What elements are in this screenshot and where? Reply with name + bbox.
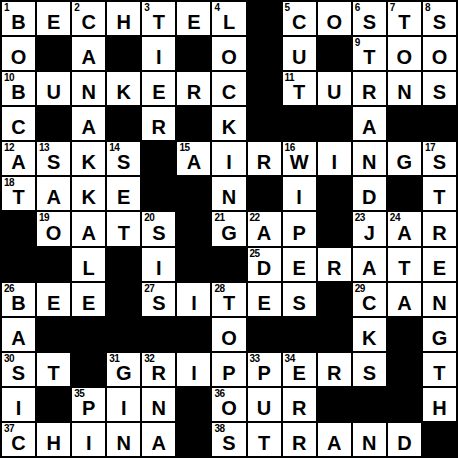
cell-letter: E bbox=[107, 186, 140, 208]
crossword-grid: 1BE2CH3TE4L5CO6S7T8SOAIOU9TOO10BUNKERC11… bbox=[0, 0, 458, 458]
cell-r1c1[interactable]: 1B bbox=[2, 2, 35, 35]
block-r1c8 bbox=[248, 2, 281, 35]
cell-letter: T bbox=[423, 362, 456, 384]
cell-letter: I bbox=[2, 397, 35, 419]
cell-r11c7[interactable]: P bbox=[212, 353, 245, 386]
cell-r3c1[interactable]: 10B bbox=[2, 72, 35, 105]
block-r12c6 bbox=[177, 388, 210, 421]
cell-letter: E bbox=[37, 292, 70, 314]
cell-letter: A bbox=[2, 151, 35, 173]
cell-r6c9[interactable]: I bbox=[283, 177, 316, 210]
cell-letter: A bbox=[388, 292, 421, 314]
cell-r13c1[interactable]: 37C bbox=[2, 423, 35, 456]
cell-letter: A bbox=[142, 432, 175, 454]
cell-r6c4[interactable]: E bbox=[107, 177, 140, 210]
cell-r2c3[interactable]: A bbox=[72, 37, 105, 70]
cell-letter: T bbox=[212, 292, 245, 314]
cell-letter: A bbox=[353, 257, 386, 279]
cell-r13c12[interactable]: D bbox=[388, 423, 421, 456]
cell-r9c11[interactable]: 29C bbox=[353, 283, 386, 316]
cell-letter: G bbox=[388, 151, 421, 173]
cell-letter: N bbox=[423, 292, 456, 314]
cell-r9c5[interactable]: 27S bbox=[142, 283, 175, 316]
cell-letter: D bbox=[353, 186, 386, 208]
block-r4c12 bbox=[388, 107, 421, 140]
cell-letter: T bbox=[142, 11, 175, 33]
cell-letter: S bbox=[423, 151, 456, 173]
cell-letter: D bbox=[388, 432, 421, 454]
cell-letter: A bbox=[2, 327, 35, 349]
block-r7c1 bbox=[2, 212, 35, 245]
cell-r1c2[interactable]: E bbox=[37, 2, 70, 35]
cell-letter: K bbox=[107, 81, 140, 103]
cell-letter: G bbox=[423, 327, 456, 349]
block-r4c13 bbox=[423, 107, 456, 140]
cell-r3c13[interactable]: S bbox=[423, 72, 456, 105]
block-r10c3 bbox=[72, 318, 105, 351]
cell-r1c3[interactable]: 2C bbox=[72, 2, 105, 35]
cell-r12c8[interactable]: U bbox=[248, 388, 281, 421]
cell-r1c6[interactable]: E bbox=[177, 2, 210, 35]
cell-r4c3[interactable]: A bbox=[72, 107, 105, 140]
cell-r12c3[interactable]: 35P bbox=[72, 388, 105, 421]
cell-r7c7[interactable]: 21G bbox=[212, 212, 245, 245]
block-r5c5 bbox=[142, 142, 175, 175]
cell-r7c2[interactable]: 19O bbox=[37, 212, 70, 245]
cell-r12c5[interactable]: N bbox=[142, 388, 175, 421]
cell-r9c1[interactable]: 26B bbox=[2, 283, 35, 316]
cell-letter: I bbox=[142, 46, 175, 68]
cell-r10c13[interactable]: G bbox=[423, 318, 456, 351]
cell-r1c12[interactable]: 7T bbox=[388, 2, 421, 35]
block-r6c5 bbox=[142, 177, 175, 210]
cell-letter: E bbox=[423, 257, 456, 279]
block-r11c3 bbox=[72, 353, 105, 386]
cell-letter: T bbox=[2, 186, 35, 208]
block-r2c6 bbox=[177, 37, 210, 70]
cell-r7c3[interactable]: A bbox=[72, 212, 105, 245]
cell-r12c9[interactable]: R bbox=[283, 388, 316, 421]
cell-letter: N bbox=[353, 432, 386, 454]
cell-r13c9[interactable]: R bbox=[283, 423, 316, 456]
cell-r10c7[interactable]: O bbox=[212, 318, 245, 351]
block-r11c12 bbox=[388, 353, 421, 386]
cell-r4c5[interactable]: R bbox=[142, 107, 175, 140]
cell-r6c2[interactable]: A bbox=[37, 177, 70, 210]
block-r4c10 bbox=[318, 107, 351, 140]
cell-r3c3[interactable]: N bbox=[72, 72, 105, 105]
cell-r1c10[interactable]: O bbox=[318, 2, 351, 35]
cell-r12c13[interactable]: H bbox=[423, 388, 456, 421]
cell-letter: G bbox=[107, 362, 140, 384]
block-r2c8 bbox=[248, 37, 281, 70]
block-r8c7 bbox=[212, 248, 245, 281]
cell-r6c3[interactable]: K bbox=[72, 177, 105, 210]
block-r10c6 bbox=[177, 318, 210, 351]
cell-r9c6[interactable]: I bbox=[177, 283, 210, 316]
block-r9c10 bbox=[318, 283, 351, 316]
cell-r8c10[interactable]: R bbox=[318, 248, 351, 281]
cell-r7c5[interactable]: 20S bbox=[142, 212, 175, 245]
cell-letter: P bbox=[283, 222, 316, 244]
cell-r5c13[interactable]: 17S bbox=[423, 142, 456, 175]
cell-letter: N bbox=[107, 432, 140, 454]
cell-letter: O bbox=[2, 46, 35, 68]
cell-letter: U bbox=[248, 397, 281, 419]
cell-r6c13[interactable]: T bbox=[423, 177, 456, 210]
block-r4c8 bbox=[248, 107, 281, 140]
cell-letter: E bbox=[142, 81, 175, 103]
cell-letter: S bbox=[107, 151, 140, 173]
cell-letter: W bbox=[283, 151, 316, 173]
cell-letter: N bbox=[212, 186, 245, 208]
cell-letter: C bbox=[72, 11, 105, 33]
cell-r2c9[interactable]: U bbox=[283, 37, 316, 70]
cell-r5c10[interactable]: I bbox=[318, 142, 351, 175]
cell-letter: A bbox=[72, 116, 105, 138]
block-r6c12 bbox=[388, 177, 421, 210]
cell-letter: O bbox=[212, 46, 245, 68]
block-r10c4 bbox=[107, 318, 140, 351]
block-r10c2 bbox=[37, 318, 70, 351]
cell-r1c5[interactable]: 3T bbox=[142, 2, 175, 35]
cell-letter: R bbox=[318, 257, 351, 279]
block-r2c4 bbox=[107, 37, 140, 70]
cell-r13c5[interactable]: A bbox=[142, 423, 175, 456]
block-r7c6 bbox=[177, 212, 210, 245]
cell-r9c13[interactable]: N bbox=[423, 283, 456, 316]
cell-r5c3[interactable]: K bbox=[72, 142, 105, 175]
block-r8c4 bbox=[107, 248, 140, 281]
cell-letter: A bbox=[388, 222, 421, 244]
cell-letter: B bbox=[2, 81, 35, 103]
cell-letter: S bbox=[37, 151, 70, 173]
cell-r7c11[interactable]: 23J bbox=[353, 212, 386, 245]
cell-letter: K bbox=[212, 116, 245, 138]
cell-letter: C bbox=[353, 292, 386, 314]
cell-r13c2[interactable]: H bbox=[37, 423, 70, 456]
cell-letter: H bbox=[37, 432, 70, 454]
cell-letter: A bbox=[72, 222, 105, 244]
cell-letter: I bbox=[283, 186, 316, 208]
cell-r8c12[interactable]: T bbox=[388, 248, 421, 281]
cell-letter: T bbox=[283, 81, 316, 103]
block-r8c1 bbox=[2, 248, 35, 281]
cell-r3c12[interactable]: N bbox=[388, 72, 421, 105]
cell-letter: E bbox=[283, 257, 316, 279]
cell-r8c8[interactable]: 25D bbox=[248, 248, 281, 281]
cell-letter: T bbox=[423, 186, 456, 208]
cell-letter: D bbox=[248, 257, 281, 279]
block-r13c6 bbox=[177, 423, 210, 456]
cell-r6c7[interactable]: N bbox=[212, 177, 245, 210]
cell-r8c11[interactable]: A bbox=[353, 248, 386, 281]
cell-r11c6[interactable]: I bbox=[177, 353, 210, 386]
cell-r4c1[interactable]: C bbox=[2, 107, 35, 140]
cell-letter: A bbox=[72, 46, 105, 68]
cell-letter: U bbox=[37, 81, 70, 103]
cell-r9c2[interactable]: E bbox=[37, 283, 70, 316]
cell-r3c5[interactable]: E bbox=[142, 72, 175, 105]
cell-letter: R bbox=[283, 432, 316, 454]
cell-r5c6[interactable]: 15A bbox=[177, 142, 210, 175]
cell-r11c13[interactable]: T bbox=[423, 353, 456, 386]
block-r10c8 bbox=[248, 318, 281, 351]
cell-r6c1[interactable]: 18T bbox=[2, 177, 35, 210]
cell-letter: L bbox=[212, 11, 245, 33]
cell-r13c7[interactable]: 38S bbox=[212, 423, 245, 456]
cell-r11c2[interactable]: T bbox=[37, 353, 70, 386]
cell-r7c12[interactable]: 24A bbox=[388, 212, 421, 245]
cell-r11c5[interactable]: 32R bbox=[142, 353, 175, 386]
block-r10c5 bbox=[142, 318, 175, 351]
cell-letter: C bbox=[2, 432, 35, 454]
cell-r2c13[interactable]: O bbox=[423, 37, 456, 70]
block-r10c9 bbox=[283, 318, 316, 351]
cell-r7c4[interactable]: T bbox=[107, 212, 140, 245]
cell-r1c7[interactable]: 4L bbox=[212, 2, 245, 35]
cell-r4c7[interactable]: K bbox=[212, 107, 245, 140]
cell-r8c13[interactable]: E bbox=[423, 248, 456, 281]
cell-r3c2[interactable]: U bbox=[37, 72, 70, 105]
block-r6c10 bbox=[318, 177, 351, 210]
cell-letter: S bbox=[353, 11, 386, 33]
cell-letter: K bbox=[353, 327, 386, 349]
cell-letter: E bbox=[248, 292, 281, 314]
cell-letter: R bbox=[423, 222, 456, 244]
cell-r1c4[interactable]: H bbox=[107, 2, 140, 35]
block-r10c12 bbox=[388, 318, 421, 351]
cell-r11c9[interactable]: 34E bbox=[283, 353, 316, 386]
cell-r5c2[interactable]: 13S bbox=[37, 142, 70, 175]
cell-r5c8[interactable]: R bbox=[248, 142, 281, 175]
block-r4c4 bbox=[107, 107, 140, 140]
cell-letter: K bbox=[72, 186, 105, 208]
cell-r7c9[interactable]: P bbox=[283, 212, 316, 245]
cell-letter: S bbox=[283, 292, 316, 314]
cell-letter: O bbox=[212, 397, 245, 419]
cell-r9c8[interactable]: E bbox=[248, 283, 281, 316]
cell-letter: H bbox=[423, 397, 456, 419]
block-r6c6 bbox=[177, 177, 210, 210]
cell-r9c12[interactable]: A bbox=[388, 283, 421, 316]
cell-letter: N bbox=[72, 81, 105, 103]
cell-letter: A bbox=[37, 186, 70, 208]
cell-letter: A bbox=[353, 116, 386, 138]
cell-r13c8[interactable]: T bbox=[248, 423, 281, 456]
block-r13c13 bbox=[423, 423, 456, 456]
cell-letter: H bbox=[107, 11, 140, 33]
cell-letter: N bbox=[353, 151, 386, 173]
cell-letter: O bbox=[212, 327, 245, 349]
cell-r2c12[interactable]: O bbox=[388, 37, 421, 70]
cell-r3c10[interactable]: U bbox=[318, 72, 351, 105]
cell-letter: T bbox=[37, 362, 70, 384]
cell-r12c7[interactable]: 36O bbox=[212, 388, 245, 421]
cell-r5c1[interactable]: 12A bbox=[2, 142, 35, 175]
cell-r2c11[interactable]: 9T bbox=[353, 37, 386, 70]
crossword-board: 1BE2CH3TE4L5CO6S7T8SOAIOU9TOO10BUNKERC11… bbox=[0, 0, 458, 458]
cell-letter: O bbox=[318, 11, 351, 33]
cell-letter: T bbox=[248, 432, 281, 454]
cell-r3c6[interactable]: R bbox=[177, 72, 210, 105]
cell-r9c9[interactable]: S bbox=[283, 283, 316, 316]
cell-letter: R bbox=[177, 81, 210, 103]
cell-letter: I bbox=[142, 257, 175, 279]
cell-r12c4[interactable]: I bbox=[107, 388, 140, 421]
block-r12c2 bbox=[37, 388, 70, 421]
cell-letter: R bbox=[142, 362, 175, 384]
cell-letter: K bbox=[72, 151, 105, 173]
cell-letter: R bbox=[318, 362, 351, 384]
cell-r1c13[interactable]: 8S bbox=[423, 2, 456, 35]
cell-letter: S bbox=[142, 222, 175, 244]
cell-r11c10[interactable]: R bbox=[318, 353, 351, 386]
cell-r13c3[interactable]: I bbox=[72, 423, 105, 456]
cell-letter: B bbox=[2, 11, 35, 33]
block-r8c2 bbox=[37, 248, 70, 281]
cell-r5c4[interactable]: 14S bbox=[107, 142, 140, 175]
block-r4c2 bbox=[37, 107, 70, 140]
cell-r8c9[interactable]: E bbox=[283, 248, 316, 281]
cell-letter: C bbox=[283, 11, 316, 33]
cell-r7c13[interactable]: R bbox=[423, 212, 456, 245]
cell-letter: E bbox=[72, 292, 105, 314]
cell-letter: I bbox=[72, 432, 105, 454]
cell-letter: S bbox=[423, 11, 456, 33]
cell-letter: P bbox=[248, 362, 281, 384]
cell-r11c11[interactable]: S bbox=[353, 353, 386, 386]
cell-letter: A bbox=[318, 432, 351, 454]
cell-r3c7[interactable]: C bbox=[212, 72, 245, 105]
block-r12c10 bbox=[318, 388, 351, 421]
cell-letter: J bbox=[353, 222, 386, 244]
block-r2c2 bbox=[37, 37, 70, 70]
block-r12c12 bbox=[388, 388, 421, 421]
cell-letter: C bbox=[2, 116, 35, 138]
block-r3c8 bbox=[248, 72, 281, 105]
cell-letter: S bbox=[2, 362, 35, 384]
cell-r4c11[interactable]: A bbox=[353, 107, 386, 140]
block-r6c8 bbox=[248, 177, 281, 210]
cell-r7c8[interactable]: 22A bbox=[248, 212, 281, 245]
cell-r3c4[interactable]: K bbox=[107, 72, 140, 105]
cell-r8c3[interactable]: L bbox=[72, 248, 105, 281]
cell-r13c11[interactable]: N bbox=[353, 423, 386, 456]
block-r4c6 bbox=[177, 107, 210, 140]
cell-r3c11[interactable]: R bbox=[353, 72, 386, 105]
cell-letter: L bbox=[72, 257, 105, 279]
cell-r13c4[interactable]: N bbox=[107, 423, 140, 456]
cell-r11c4[interactable]: 31G bbox=[107, 353, 140, 386]
cell-r2c5[interactable]: I bbox=[142, 37, 175, 70]
cell-r3c9[interactable]: 11T bbox=[283, 72, 316, 105]
cell-letter: R bbox=[283, 397, 316, 419]
cell-r11c8[interactable]: 33P bbox=[248, 353, 281, 386]
cell-r1c9[interactable]: 5C bbox=[283, 2, 316, 35]
cell-letter: N bbox=[142, 397, 175, 419]
cell-letter: I bbox=[177, 362, 210, 384]
cell-letter: I bbox=[212, 151, 245, 173]
cell-letter: U bbox=[318, 81, 351, 103]
cell-r9c3[interactable]: E bbox=[72, 283, 105, 316]
cell-letter: I bbox=[107, 397, 140, 419]
cell-letter: T bbox=[388, 257, 421, 279]
cell-r5c7[interactable]: I bbox=[212, 142, 245, 175]
cell-r8c5[interactable]: I bbox=[142, 248, 175, 281]
cell-r5c9[interactable]: 16W bbox=[283, 142, 316, 175]
cell-r6c11[interactable]: D bbox=[353, 177, 386, 210]
cell-letter: O bbox=[388, 46, 421, 68]
cell-letter: C bbox=[212, 81, 245, 103]
cell-letter: T bbox=[353, 46, 386, 68]
cell-letter: T bbox=[388, 11, 421, 33]
cell-letter: E bbox=[37, 11, 70, 33]
block-r9c4 bbox=[107, 283, 140, 316]
cell-letter: U bbox=[283, 46, 316, 68]
cell-letter: E bbox=[177, 11, 210, 33]
cell-r13c10[interactable]: A bbox=[318, 423, 351, 456]
cell-letter: R bbox=[353, 81, 386, 103]
cell-letter: A bbox=[248, 222, 281, 244]
cell-letter: P bbox=[72, 397, 105, 419]
cell-letter: G bbox=[212, 222, 245, 244]
cell-letter: P bbox=[212, 362, 245, 384]
block-r10c10 bbox=[318, 318, 351, 351]
cell-r10c1[interactable]: A bbox=[2, 318, 35, 351]
cell-r11c1[interactable]: 30S bbox=[2, 353, 35, 386]
cell-letter: S bbox=[353, 362, 386, 384]
cell-letter: I bbox=[177, 292, 210, 314]
block-r7c10 bbox=[318, 212, 351, 245]
cell-letter: O bbox=[37, 222, 70, 244]
block-r4c9 bbox=[283, 107, 316, 140]
cell-letter: A bbox=[177, 151, 210, 173]
cell-letter: R bbox=[142, 116, 175, 138]
cell-letter: B bbox=[2, 292, 35, 314]
block-r8c6 bbox=[177, 248, 210, 281]
cell-letter: E bbox=[283, 362, 316, 384]
cell-r12c1[interactable]: I bbox=[2, 388, 35, 421]
cell-letter: I bbox=[318, 151, 351, 173]
block-r2c10 bbox=[318, 37, 351, 70]
block-r12c11 bbox=[353, 388, 386, 421]
cell-r9c7[interactable]: 28T bbox=[212, 283, 245, 316]
cell-letter: N bbox=[388, 81, 421, 103]
cell-r5c11[interactable]: N bbox=[353, 142, 386, 175]
cell-letter: T bbox=[107, 222, 140, 244]
cell-letter: S bbox=[423, 81, 456, 103]
cell-r2c7[interactable]: O bbox=[212, 37, 245, 70]
cell-letter: R bbox=[248, 151, 281, 173]
cell-letter: S bbox=[212, 432, 245, 454]
cell-r10c11[interactable]: K bbox=[353, 318, 386, 351]
cell-r1c11[interactable]: 6S bbox=[353, 2, 386, 35]
cell-r5c12[interactable]: G bbox=[388, 142, 421, 175]
cell-letter: O bbox=[423, 46, 456, 68]
cell-letter: S bbox=[142, 292, 175, 314]
cell-r2c1[interactable]: O bbox=[2, 37, 35, 70]
